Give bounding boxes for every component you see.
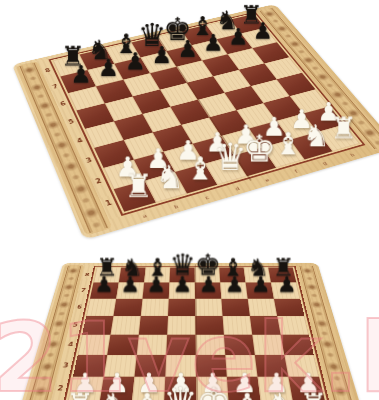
black-bishop: ♝	[146, 255, 168, 279]
white-rook: ♜	[65, 389, 94, 400]
square-g6	[227, 48, 264, 70]
square-f8: ♝	[219, 268, 245, 283]
chess-board-front: 87654321 ♜♞♝♛♚♝♞♜♟♟♟♟♟♟♟♟♟♟♟♟♟♟♟♟♜♞♝♛♚♝♞…	[9, 263, 372, 400]
square-c8: ♝	[144, 268, 170, 283]
white-rook: ♜	[329, 114, 356, 144]
black-pawn: ♟	[176, 37, 197, 60]
black-bishop: ♝	[113, 31, 137, 58]
square-a8: ♜	[93, 268, 121, 283]
square-g6	[247, 299, 276, 316]
white-queen: ♛	[212, 139, 246, 177]
white-rook: ♜	[123, 170, 152, 202]
square-e7: ♟	[194, 283, 220, 299]
square-b8: ♞	[79, 48, 114, 70]
square-d8: ♛	[131, 37, 166, 58]
white-king: ♚	[195, 383, 230, 400]
square-a1: ♜	[113, 181, 155, 212]
black-rook: ♜	[60, 43, 84, 70]
product-photo-angled-view: 87654321 ♜♞♝♛♚♝♞♜♟♟♟♟♟♟♟♟♟♟♟♟♟♟♟♟♜♞♝♛♚♝♞…	[0, 0, 379, 200]
white-bishop: ♝	[273, 129, 301, 160]
square-c4	[136, 335, 166, 355]
square-g5	[249, 316, 280, 335]
playing-field-frame: ♜♞♝♛♚♝♞♜♟♟♟♟♟♟♟♟♟♟♟♟♟♟♟♟♜♞♝♛♚♝♞♜	[56, 266, 336, 400]
square-c5	[138, 316, 167, 335]
square-c7: ♟	[142, 283, 169, 299]
square-c6	[140, 299, 168, 316]
black-king: ♚	[194, 250, 220, 279]
black-king: ♚	[163, 14, 191, 45]
photo1-scene: 87654321 ♜♞♝♛♚♝♞♜♟♟♟♟♟♟♟♟♟♟♟♟♟♟♟♟♜♞♝♛♚♝♞…	[0, 0, 379, 200]
square-g7: ♟	[216, 34, 252, 55]
black-pawn: ♟	[227, 25, 247, 48]
square-d5	[167, 316, 195, 335]
chess-grid: ♜♞♝♛♚♝♞♜♟♟♟♟♟♟♟♟♟♟♟♟♟♟♟♟♜♞♝♛♚♝♞♜	[61, 268, 330, 400]
square-a7: ♟	[60, 70, 96, 93]
square-a7: ♟	[89, 283, 118, 299]
square-g4	[252, 335, 284, 355]
square-h7: ♟	[271, 283, 300, 299]
black-bishop: ♝	[221, 255, 243, 279]
black-pawn: ♟	[202, 31, 223, 54]
black-pawn: ♟	[224, 274, 244, 296]
square-e6	[195, 299, 222, 316]
square-b7: ♟	[116, 283, 144, 299]
square-a8: ♜	[52, 55, 87, 77]
white-knight: ♞	[265, 389, 294, 400]
black-rook: ♜	[239, 2, 262, 28]
square-h6	[252, 42, 289, 63]
white-rook: ♜	[298, 389, 327, 400]
square-e5	[195, 316, 224, 335]
square-h4	[276, 73, 315, 96]
white-queen: ♛	[162, 383, 197, 400]
black-pawn: ♟	[172, 274, 192, 296]
square-b6	[113, 299, 142, 316]
rank-label-7: 7	[76, 283, 90, 299]
square-c7: ♟	[114, 57, 150, 79]
black-rook: ♜	[272, 255, 294, 279]
black-knight: ♞	[120, 255, 142, 279]
square-f8: ♝	[181, 25, 216, 45]
square-e7: ♟	[166, 45, 202, 66]
black-pawn: ♟	[198, 274, 218, 296]
square-g8: ♞	[206, 20, 241, 40]
square-b7: ♟	[87, 64, 123, 87]
square-e4	[195, 335, 225, 355]
black-bishop: ♝	[190, 13, 213, 39]
square-e5	[186, 76, 224, 99]
rank-label-6: 6	[72, 299, 86, 316]
black-knight: ♞	[87, 37, 111, 64]
black-pawn: ♟	[120, 274, 140, 296]
white-bishop: ♝	[232, 389, 261, 400]
square-f4	[223, 335, 254, 355]
black-pawn: ♟	[150, 43, 171, 66]
white-knight: ♞	[302, 121, 329, 151]
square-d4	[166, 335, 196, 355]
square-f5	[213, 70, 251, 93]
black-pawn: ♟	[146, 274, 166, 296]
black-pawn: ♟	[97, 56, 118, 80]
square-f5	[222, 316, 252, 335]
square-h6	[273, 299, 303, 316]
square-c6	[123, 73, 160, 96]
square-e8: ♚	[194, 268, 220, 283]
square-d5	[159, 83, 197, 107]
square-e8: ♚	[156, 31, 191, 52]
square-b5	[110, 316, 140, 335]
square-h8: ♜	[230, 14, 265, 33]
white-knight: ♞	[98, 389, 127, 400]
square-a6	[86, 299, 116, 316]
square-h7: ♟	[241, 28, 277, 48]
square-a4	[77, 335, 110, 355]
square-h4	[280, 335, 313, 355]
square-b4	[107, 335, 139, 355]
square-f6	[221, 299, 249, 316]
black-pawn: ♟	[93, 274, 113, 296]
white-bishop: ♝	[132, 389, 161, 400]
square-d6	[168, 299, 195, 316]
square-f7: ♟	[191, 39, 227, 60]
square-h8: ♜	[268, 268, 296, 283]
black-rook: ♜	[95, 255, 117, 279]
square-b5	[104, 96, 142, 121]
square-f7: ♟	[220, 283, 247, 299]
square-d6	[150, 67, 187, 90]
square-b8: ♞	[118, 268, 145, 283]
product-photo-front-view: 87654321 ♜♞♝♛♚♝♞♜♟♟♟♟♟♟♟♟♟♟♟♟♟♟♟♟♜♞♝♛♚♝♞…	[0, 200, 379, 400]
square-e6	[176, 60, 213, 82]
black-knight: ♞	[246, 255, 268, 279]
white-bishop: ♝	[185, 153, 213, 185]
black-queen: ♛	[169, 250, 195, 279]
square-b4	[114, 114, 153, 140]
square-g7: ♟	[245, 283, 273, 299]
white-knight: ♞	[154, 162, 183, 194]
rank-label-5: 5	[67, 316, 82, 335]
square-a5	[82, 316, 113, 335]
square-d7: ♟	[168, 283, 194, 299]
square-g8: ♞	[243, 268, 270, 283]
rank-label-8: 8	[80, 268, 93, 283]
square-g5	[238, 63, 276, 86]
black-pawn: ♟	[276, 274, 296, 296]
square-h5	[264, 57, 302, 79]
square-c8: ♝	[105, 42, 140, 63]
square-b6	[96, 80, 133, 104]
photo2-scene: 87654321 ♜♞♝♛♚♝♞♜♟♟♟♟♟♟♟♟♟♟♟♟♟♟♟♟♜♞♝♛♚♝♞…	[0, 200, 379, 400]
black-pawn: ♟	[124, 50, 145, 74]
black-pawn: ♟	[69, 62, 91, 86]
square-g4	[250, 79, 289, 103]
black-queen: ♛	[137, 20, 165, 52]
square-d7: ♟	[140, 51, 176, 73]
square-d8: ♛	[169, 268, 194, 283]
black-knight: ♞	[215, 8, 238, 34]
square-h5	[277, 316, 309, 335]
black-pawn: ♟	[250, 274, 270, 296]
square-f6	[202, 54, 239, 76]
file-label-g: g	[307, 156, 340, 170]
